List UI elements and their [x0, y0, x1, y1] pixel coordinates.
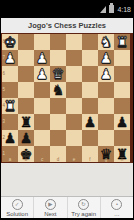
- toolbar-button-label: Next: [44, 211, 56, 217]
- piece-wQ-d6[interactable]: ♛: [50, 66, 66, 82]
- square-f2[interactable]: [82, 130, 98, 146]
- piece-wN-g8[interactable]: ♞: [98, 34, 114, 50]
- square-a3[interactable]: 3: [2, 114, 18, 130]
- piece-wR-h8[interactable]: ♜: [114, 34, 130, 50]
- toolbar-button-label: ...: [114, 211, 119, 217]
- square-a2[interactable]: 2♟: [2, 130, 18, 146]
- square-c8[interactable]: [34, 34, 50, 50]
- file-label: d: [57, 158, 60, 163]
- square-e7[interactable]: [66, 50, 82, 66]
- square-d4[interactable]: [50, 98, 66, 114]
- rank-label: 3: [3, 120, 6, 125]
- square-d5[interactable]: ♞: [50, 82, 66, 98]
- square-g6[interactable]: ♟: [98, 66, 114, 82]
- square-b7[interactable]: [18, 50, 34, 66]
- piece-bP-h3[interactable]: ♟: [114, 114, 130, 130]
- toolbar-button-solution[interactable]: ✓Solution: [1, 197, 33, 218]
- piece-wP-g6[interactable]: ♟: [98, 66, 114, 82]
- square-g4[interactable]: [98, 98, 114, 114]
- file-label: b: [25, 158, 28, 163]
- bottom-toolbar: ✓Solution▶Next↻Try again•...: [1, 196, 133, 218]
- piece-wP-g7[interactable]: ♟: [98, 50, 114, 66]
- square-a1[interactable]: 1a: [2, 146, 18, 162]
- square-g7[interactable]: ♟: [98, 50, 114, 66]
- solution-icon: ✓: [12, 199, 23, 210]
- toolbar-button-next[interactable]: ▶Next: [33, 197, 66, 218]
- file-label: c: [41, 158, 43, 163]
- square-d7[interactable]: [50, 50, 66, 66]
- square-h3[interactable]: ♟: [114, 114, 130, 130]
- square-h7[interactable]: [114, 50, 130, 66]
- rank-label: 4: [3, 104, 6, 109]
- square-b4[interactable]: [18, 98, 34, 114]
- file-label: f: [89, 158, 90, 163]
- square-g3[interactable]: [98, 114, 114, 130]
- square-b6[interactable]: [18, 66, 34, 82]
- square-c7[interactable]: ♟: [34, 50, 50, 66]
- square-b5[interactable]: [18, 82, 34, 98]
- square-f6[interactable]: [82, 66, 98, 82]
- square-b2[interactable]: ♟: [18, 130, 34, 146]
- toolbar-button-label: Try again: [71, 211, 96, 217]
- square-g8[interactable]: ♞: [98, 34, 114, 50]
- square-h6[interactable]: [114, 66, 130, 82]
- next-icon: ▶: [45, 199, 56, 210]
- rank-label: 8: [3, 40, 6, 45]
- square-e5[interactable]: [66, 82, 82, 98]
- square-a5[interactable]: 5: [2, 82, 18, 98]
- square-f4[interactable]: [82, 98, 98, 114]
- status-time: 4:18: [117, 6, 131, 13]
- square-d6[interactable]: ♛: [50, 66, 66, 82]
- square-c1[interactable]: c: [34, 146, 50, 162]
- square-g2[interactable]: [98, 130, 114, 146]
- file-label: h: [121, 158, 124, 163]
- square-d1[interactable]: d: [50, 146, 66, 162]
- square-h4[interactable]: [114, 98, 130, 114]
- square-c6[interactable]: ♟: [34, 66, 50, 82]
- piece-bP-f3[interactable]: ♟: [82, 114, 98, 130]
- square-b8[interactable]: [18, 34, 34, 50]
- square-c3[interactable]: [34, 114, 50, 130]
- square-a8[interactable]: 8♚: [2, 34, 18, 50]
- square-h8[interactable]: ♜: [114, 34, 130, 50]
- square-e2[interactable]: [66, 130, 82, 146]
- square-c4[interactable]: [34, 98, 50, 114]
- square-f3[interactable]: ♟: [82, 114, 98, 130]
- app-title: Jogo's Chess Puzzles: [28, 21, 106, 30]
- square-f1[interactable]: f: [82, 146, 98, 162]
- square-c5[interactable]: [34, 82, 50, 98]
- square-d2[interactable]: [50, 130, 66, 146]
- square-f7[interactable]: [82, 50, 98, 66]
- rank-label: 1: [3, 152, 6, 157]
- square-h5[interactable]: [114, 82, 130, 98]
- square-b3[interactable]: ♜: [18, 114, 34, 130]
- file-label: a: [9, 158, 12, 163]
- square-c2[interactable]: [34, 130, 50, 146]
- status-bar: 4:18: [0, 0, 134, 18]
- bottom-edge: [0, 218, 134, 220]
- square-h2[interactable]: [114, 130, 130, 146]
- square-e6[interactable]: [66, 66, 82, 82]
- signal-icon: [100, 6, 106, 13]
- square-f5[interactable]: [82, 82, 98, 98]
- square-d3[interactable]: [50, 114, 66, 130]
- phone-screen: 4:18 Jogo's Chess Puzzles 8♚♞♜7♟♟♟6♟♛♟5♞…: [0, 0, 134, 220]
- square-e1[interactable]: e: [66, 146, 82, 162]
- chess-board[interactable]: 8♚♞♜7♟♟♟6♟♛♟5♞4♜3♜♟♟2♟♟1ab♚cdefg♛h♜: [2, 34, 130, 162]
- toolbar-button-try-again[interactable]: ↻Try again: [67, 197, 100, 218]
- more-icon: •: [111, 199, 122, 210]
- square-d8[interactable]: [50, 34, 66, 50]
- rank-label: 2: [3, 136, 6, 141]
- piece-bR-b3[interactable]: ♜: [18, 114, 34, 130]
- toolbar-button-label: Solution: [6, 211, 28, 217]
- square-a4[interactable]: 4♜: [2, 98, 18, 114]
- square-g5[interactable]: [98, 82, 114, 98]
- piece-wP-c7[interactable]: ♟: [34, 50, 50, 66]
- piece-bP-b2[interactable]: ♟: [18, 130, 34, 146]
- content-area: [1, 163, 133, 196]
- rank-label: 5: [3, 88, 6, 93]
- square-a7[interactable]: 7♟: [2, 50, 18, 66]
- square-e3[interactable]: [66, 114, 82, 130]
- square-g1[interactable]: g♛: [98, 146, 114, 162]
- app-title-bar: Jogo's Chess Puzzles: [1, 18, 133, 33]
- file-label: g: [105, 158, 108, 163]
- rank-label: 7: [3, 56, 6, 61]
- square-e8[interactable]: [66, 34, 82, 50]
- square-f8[interactable]: [82, 34, 98, 50]
- square-b1[interactable]: b♚: [18, 146, 34, 162]
- toolbar-button-[interactable]: •...: [100, 197, 133, 218]
- piece-wP-c6[interactable]: ♟: [34, 66, 50, 82]
- try-again-icon: ↻: [78, 199, 89, 210]
- square-e4[interactable]: [66, 98, 82, 114]
- square-a6[interactable]: 6: [2, 66, 18, 82]
- piece-bN-d5[interactable]: ♞: [50, 82, 66, 98]
- file-label: e: [73, 158, 76, 163]
- board-frame: 8♚♞♜7♟♟♟6♟♛♟5♞4♜3♜♟♟2♟♟1ab♚cdefg♛h♜: [1, 33, 133, 163]
- rank-label: 6: [3, 72, 6, 77]
- battery-icon: [109, 5, 114, 13]
- square-h1[interactable]: h♜: [114, 146, 130, 162]
